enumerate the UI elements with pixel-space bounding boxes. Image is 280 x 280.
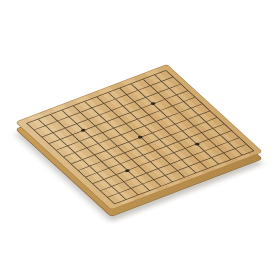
board-top-face [15,64,263,210]
go-board-photo [0,0,280,280]
goban-grid-area [26,70,254,204]
